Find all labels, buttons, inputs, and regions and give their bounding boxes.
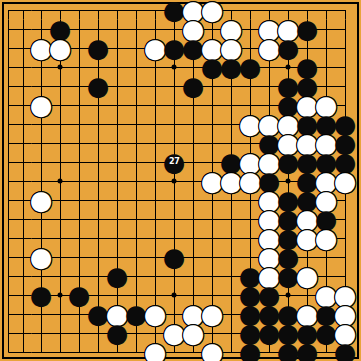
point-F1[interactable] bbox=[89, 343, 108, 361]
point-H10[interactable] bbox=[127, 172, 146, 191]
point-D11[interactable] bbox=[51, 153, 70, 172]
point-D14[interactable] bbox=[51, 96, 70, 115]
point-T10[interactable]: ● bbox=[336, 172, 355, 191]
point-G7[interactable] bbox=[108, 229, 127, 248]
point-K2[interactable]: ● bbox=[165, 324, 184, 343]
point-A11[interactable] bbox=[1, 153, 17, 172]
point-J10[interactable] bbox=[146, 172, 165, 191]
point-J14[interactable] bbox=[146, 96, 165, 115]
point-L15[interactable]: ● bbox=[184, 77, 203, 96]
point-M6[interactable] bbox=[203, 248, 222, 267]
point-M1[interactable]: ● bbox=[203, 343, 222, 361]
star-point bbox=[58, 65, 63, 70]
point-J15[interactable] bbox=[146, 77, 165, 96]
point-H8[interactable] bbox=[127, 210, 146, 229]
point-L17[interactable]: ● bbox=[184, 39, 203, 58]
point-D10[interactable] bbox=[51, 172, 70, 191]
point-A13[interactable] bbox=[1, 115, 17, 134]
point-H15[interactable] bbox=[127, 77, 146, 96]
point-S18[interactable] bbox=[317, 20, 336, 39]
point-J17[interactable]: ● bbox=[146, 39, 165, 58]
point-A12[interactable] bbox=[1, 134, 17, 153]
black-stone: ● bbox=[70, 286, 89, 305]
point-E10[interactable] bbox=[70, 172, 89, 191]
point-K11[interactable]: ●27 bbox=[165, 153, 184, 172]
point-G14[interactable] bbox=[108, 96, 127, 115]
point-E15[interactable] bbox=[70, 77, 89, 96]
point-D9[interactable] bbox=[51, 191, 70, 210]
white-stone: ● bbox=[146, 343, 165, 361]
white-stone: ● bbox=[32, 248, 51, 267]
point-C12[interactable] bbox=[32, 134, 51, 153]
point-H1[interactable] bbox=[127, 343, 146, 361]
point-M14[interactable] bbox=[203, 96, 222, 115]
point-D6[interactable] bbox=[51, 248, 70, 267]
point-L5[interactable] bbox=[184, 267, 203, 286]
point-F9[interactable] bbox=[89, 191, 108, 210]
point-D8[interactable] bbox=[51, 210, 70, 229]
white-stone: ● bbox=[260, 39, 279, 58]
point-L6[interactable] bbox=[184, 248, 203, 267]
point-G18[interactable] bbox=[108, 20, 127, 39]
point-O10[interactable]: ● bbox=[241, 172, 260, 191]
point-P15[interactable] bbox=[260, 77, 279, 96]
point-K8[interactable] bbox=[165, 210, 184, 229]
black-stone: ● bbox=[279, 39, 298, 58]
black-stone: ● bbox=[203, 58, 222, 77]
point-H13[interactable] bbox=[127, 115, 146, 134]
point-E18[interactable] bbox=[70, 20, 89, 39]
point-H16[interactable] bbox=[127, 58, 146, 77]
point-T18[interactable] bbox=[336, 20, 355, 39]
point-M8[interactable] bbox=[203, 210, 222, 229]
star-point bbox=[286, 293, 291, 298]
point-H18[interactable] bbox=[127, 20, 146, 39]
point-O18[interactable] bbox=[241, 20, 260, 39]
white-stone: ● bbox=[32, 39, 51, 58]
black-stone: ● bbox=[241, 58, 260, 77]
white-stone: ● bbox=[222, 172, 241, 191]
point-D7[interactable] bbox=[51, 229, 70, 248]
move-number-label: 27 bbox=[169, 158, 179, 166]
point-G19[interactable] bbox=[108, 1, 127, 20]
black-stone: ● bbox=[241, 343, 260, 361]
point-H5[interactable] bbox=[127, 267, 146, 286]
point-M3[interactable]: ● bbox=[203, 305, 222, 324]
point-G12[interactable] bbox=[108, 134, 127, 153]
point-L13[interactable] bbox=[184, 115, 203, 134]
black-stone: ● bbox=[298, 343, 317, 361]
point-R7[interactable]: ● bbox=[298, 229, 317, 248]
point-K14[interactable] bbox=[165, 96, 184, 115]
point-J12[interactable] bbox=[146, 134, 165, 153]
point-N16[interactable]: ● bbox=[222, 58, 241, 77]
point-L11[interactable] bbox=[184, 153, 203, 172]
point-D15[interactable] bbox=[51, 77, 70, 96]
point-D5[interactable] bbox=[51, 267, 70, 286]
black-stone: ● bbox=[336, 343, 355, 361]
goban: ●●●●●●●●●●●●●●●●●●●●●●●●●●●●●●●●●●●●●●●●… bbox=[0, 0, 361, 361]
point-T17[interactable] bbox=[336, 39, 355, 58]
black-stone: ● bbox=[184, 77, 203, 96]
point-H17[interactable] bbox=[127, 39, 146, 58]
point-T7[interactable] bbox=[336, 229, 355, 248]
point-N13[interactable] bbox=[222, 115, 241, 134]
point-H14[interactable] bbox=[127, 96, 146, 115]
star-point bbox=[172, 179, 177, 184]
point-N8[interactable] bbox=[222, 210, 241, 229]
point-T8[interactable] bbox=[336, 210, 355, 229]
point-D12[interactable] bbox=[51, 134, 70, 153]
point-F15[interactable]: ● bbox=[89, 77, 108, 96]
point-A10[interactable] bbox=[1, 172, 17, 191]
point-P17[interactable]: ● bbox=[260, 39, 279, 58]
black-stone: ● bbox=[89, 77, 108, 96]
point-R5[interactable]: ● bbox=[298, 267, 317, 286]
point-D2[interactable] bbox=[51, 324, 70, 343]
black-stone: ● bbox=[108, 324, 127, 343]
point-J9[interactable] bbox=[146, 191, 165, 210]
point-C11[interactable] bbox=[32, 153, 51, 172]
point-M5[interactable] bbox=[203, 267, 222, 286]
point-F8[interactable] bbox=[89, 210, 108, 229]
white-stone: ● bbox=[32, 191, 51, 210]
point-A8[interactable] bbox=[1, 210, 17, 229]
point-K13[interactable] bbox=[165, 115, 184, 134]
point-F17[interactable]: ● bbox=[89, 39, 108, 58]
point-A4[interactable] bbox=[1, 286, 17, 305]
point-D4[interactable] bbox=[51, 286, 70, 305]
point-S7[interactable]: ● bbox=[317, 229, 336, 248]
point-G15[interactable] bbox=[108, 77, 127, 96]
point-A6[interactable] bbox=[1, 248, 17, 267]
point-K9[interactable] bbox=[165, 191, 184, 210]
white-stone: ● bbox=[146, 39, 165, 58]
black-stone: ● bbox=[89, 39, 108, 58]
point-K19[interactable]: ● bbox=[165, 1, 184, 20]
point-D13[interactable] bbox=[51, 115, 70, 134]
black-stone: ● bbox=[165, 39, 184, 58]
point-A19[interactable] bbox=[1, 1, 17, 20]
white-stone: ● bbox=[184, 324, 203, 343]
point-F7[interactable] bbox=[89, 229, 108, 248]
point-M10[interactable]: ● bbox=[203, 172, 222, 191]
point-R1[interactable]: ● bbox=[298, 343, 317, 361]
point-G10[interactable] bbox=[108, 172, 127, 191]
point-T19[interactable] bbox=[336, 1, 355, 20]
star-point bbox=[172, 293, 177, 298]
point-L8[interactable] bbox=[184, 210, 203, 229]
point-T6[interactable] bbox=[336, 248, 355, 267]
point-H19[interactable] bbox=[127, 1, 146, 20]
point-A14[interactable] bbox=[1, 96, 17, 115]
point-A1[interactable] bbox=[1, 343, 17, 361]
point-N2[interactable] bbox=[222, 324, 241, 343]
point-F6[interactable] bbox=[89, 248, 108, 267]
black-stone: ● bbox=[127, 305, 146, 324]
point-N10[interactable]: ● bbox=[222, 172, 241, 191]
black-stone: ● bbox=[260, 324, 279, 343]
point-F19[interactable] bbox=[89, 1, 108, 20]
point-C19[interactable] bbox=[32, 1, 51, 20]
white-stone: ● bbox=[32, 96, 51, 115]
point-H12[interactable] bbox=[127, 134, 146, 153]
point-E17[interactable] bbox=[70, 39, 89, 58]
white-stone: ● bbox=[51, 39, 70, 58]
point-E9[interactable] bbox=[70, 191, 89, 210]
point-N4[interactable] bbox=[222, 286, 241, 305]
point-N5[interactable] bbox=[222, 267, 241, 286]
point-L7[interactable] bbox=[184, 229, 203, 248]
point-B12[interactable] bbox=[16, 134, 32, 153]
point-O7[interactable] bbox=[241, 229, 260, 248]
point-K17[interactable]: ● bbox=[165, 39, 184, 58]
point-E16[interactable] bbox=[70, 58, 89, 77]
point-O8[interactable] bbox=[241, 210, 260, 229]
white-stone: ● bbox=[203, 343, 222, 361]
point-S16[interactable] bbox=[317, 58, 336, 77]
white-stone: ● bbox=[298, 229, 317, 248]
point-Q1[interactable]: ● bbox=[279, 343, 298, 361]
point-D17[interactable]: ● bbox=[51, 39, 70, 58]
point-F5[interactable] bbox=[89, 267, 108, 286]
point-N3[interactable] bbox=[222, 305, 241, 324]
point-M19[interactable]: ● bbox=[203, 1, 222, 20]
point-G17[interactable] bbox=[108, 39, 127, 58]
point-C4[interactable]: ● bbox=[32, 286, 51, 305]
point-K15[interactable] bbox=[165, 77, 184, 96]
star-point bbox=[286, 179, 291, 184]
star-point bbox=[58, 293, 63, 298]
point-Q17[interactable]: ● bbox=[279, 39, 298, 58]
point-F3[interactable]: ● bbox=[89, 305, 108, 324]
white-stone: ● bbox=[241, 115, 260, 134]
point-G16[interactable] bbox=[108, 58, 127, 77]
point-E11[interactable] bbox=[70, 153, 89, 172]
black-stone: ● bbox=[317, 324, 336, 343]
point-B2[interactable] bbox=[16, 324, 32, 343]
point-F13[interactable] bbox=[89, 115, 108, 134]
point-E14[interactable] bbox=[70, 96, 89, 115]
white-stone: ● bbox=[203, 172, 222, 191]
point-J13[interactable] bbox=[146, 115, 165, 134]
star-point bbox=[172, 65, 177, 70]
point-G8[interactable] bbox=[108, 210, 127, 229]
point-C2[interactable] bbox=[32, 324, 51, 343]
point-C14[interactable]: ● bbox=[32, 96, 51, 115]
point-B11[interactable] bbox=[16, 153, 32, 172]
star-point bbox=[58, 179, 63, 184]
white-stone: ● bbox=[165, 324, 184, 343]
point-Q5[interactable]: ● bbox=[279, 267, 298, 286]
white-stone: ● bbox=[203, 305, 222, 324]
point-A15[interactable] bbox=[1, 77, 17, 96]
point-E12[interactable] bbox=[70, 134, 89, 153]
point-Q11[interactable]: ● bbox=[279, 153, 298, 172]
board-grid[interactable]: ●●●●●●●●●●●●●●●●●●●●●●●●●●●●●●●●●●●●●●●●… bbox=[1, 1, 355, 355]
black-stone: ● bbox=[108, 267, 127, 286]
point-J6[interactable] bbox=[146, 248, 165, 267]
point-J19[interactable] bbox=[146, 1, 165, 20]
black-stone: ●27 bbox=[165, 153, 184, 172]
point-L10[interactable] bbox=[184, 172, 203, 191]
go-board-screenshot: ●●●●●●●●●●●●●●●●●●●●●●●●●●●●●●●●●●●●●●●●… bbox=[0, 0, 361, 361]
point-C9[interactable]: ● bbox=[32, 191, 51, 210]
point-J11[interactable] bbox=[146, 153, 165, 172]
point-E13[interactable] bbox=[70, 115, 89, 134]
point-H11[interactable] bbox=[127, 153, 146, 172]
point-A17[interactable] bbox=[1, 39, 17, 58]
point-E2[interactable] bbox=[70, 324, 89, 343]
black-stone: ● bbox=[89, 305, 108, 324]
point-F11[interactable] bbox=[89, 153, 108, 172]
point-M12[interactable] bbox=[203, 134, 222, 153]
point-C1[interactable] bbox=[32, 343, 51, 361]
point-M13[interactable] bbox=[203, 115, 222, 134]
point-S17[interactable] bbox=[317, 39, 336, 58]
point-J5[interactable] bbox=[146, 267, 165, 286]
point-H7[interactable] bbox=[127, 229, 146, 248]
point-N14[interactable] bbox=[222, 96, 241, 115]
white-stone: ● bbox=[146, 305, 165, 324]
point-G9[interactable] bbox=[108, 191, 127, 210]
point-O1[interactable]: ● bbox=[241, 343, 260, 361]
point-J1[interactable]: ● bbox=[146, 343, 165, 361]
star-point bbox=[286, 65, 291, 70]
point-H6[interactable] bbox=[127, 248, 146, 267]
point-S2[interactable]: ● bbox=[317, 324, 336, 343]
point-O13[interactable]: ● bbox=[241, 115, 260, 134]
black-stone: ● bbox=[279, 267, 298, 286]
point-D1[interactable] bbox=[51, 343, 70, 361]
black-stone: ● bbox=[184, 39, 203, 58]
point-A3[interactable] bbox=[1, 305, 17, 324]
point-H3[interactable]: ● bbox=[127, 305, 146, 324]
point-A7[interactable] bbox=[1, 229, 17, 248]
point-F12[interactable] bbox=[89, 134, 108, 153]
point-E4[interactable]: ● bbox=[70, 286, 89, 305]
point-E7[interactable] bbox=[70, 229, 89, 248]
point-L2[interactable]: ● bbox=[184, 324, 203, 343]
point-E8[interactable] bbox=[70, 210, 89, 229]
black-stone: ● bbox=[165, 248, 184, 267]
point-A16[interactable] bbox=[1, 58, 17, 77]
white-stone: ● bbox=[203, 1, 222, 20]
point-N7[interactable] bbox=[222, 229, 241, 248]
point-G2[interactable]: ● bbox=[108, 324, 127, 343]
point-L12[interactable] bbox=[184, 134, 203, 153]
point-J7[interactable] bbox=[146, 229, 165, 248]
black-stone: ● bbox=[279, 343, 298, 361]
point-S19[interactable] bbox=[317, 1, 336, 20]
white-stone: ● bbox=[241, 172, 260, 191]
black-stone: ● bbox=[222, 58, 241, 77]
point-E19[interactable] bbox=[70, 1, 89, 20]
point-G13[interactable] bbox=[108, 115, 127, 134]
point-N6[interactable] bbox=[222, 248, 241, 267]
point-M16[interactable]: ● bbox=[203, 58, 222, 77]
point-O19[interactable] bbox=[241, 1, 260, 20]
point-T15[interactable] bbox=[336, 77, 355, 96]
point-H9[interactable] bbox=[127, 191, 146, 210]
point-N1[interactable] bbox=[222, 343, 241, 361]
point-L9[interactable] bbox=[184, 191, 203, 210]
point-P2[interactable]: ● bbox=[260, 324, 279, 343]
point-K6[interactable]: ● bbox=[165, 248, 184, 267]
point-A9[interactable] bbox=[1, 191, 17, 210]
point-B19[interactable] bbox=[16, 1, 32, 20]
white-stone: ● bbox=[336, 172, 355, 191]
point-R18[interactable]: ● bbox=[298, 20, 317, 39]
point-G5[interactable]: ● bbox=[108, 267, 127, 286]
point-A18[interactable] bbox=[1, 20, 17, 39]
point-C6[interactable]: ● bbox=[32, 248, 51, 267]
point-B1[interactable] bbox=[16, 343, 32, 361]
point-A2[interactable] bbox=[1, 324, 17, 343]
white-stone: ● bbox=[317, 229, 336, 248]
point-T1[interactable]: ● bbox=[336, 343, 355, 361]
black-stone: ● bbox=[279, 153, 298, 172]
point-J8[interactable] bbox=[146, 210, 165, 229]
point-T16[interactable] bbox=[336, 58, 355, 77]
point-E6[interactable] bbox=[70, 248, 89, 267]
point-M7[interactable] bbox=[203, 229, 222, 248]
black-stone: ● bbox=[32, 286, 51, 305]
point-G11[interactable] bbox=[108, 153, 127, 172]
point-C17[interactable]: ● bbox=[32, 39, 51, 58]
point-K4[interactable] bbox=[165, 286, 184, 305]
point-J3[interactable]: ● bbox=[146, 305, 165, 324]
point-D3[interactable] bbox=[51, 305, 70, 324]
point-E1[interactable] bbox=[70, 343, 89, 361]
black-stone: ● bbox=[298, 20, 317, 39]
point-A5[interactable] bbox=[1, 267, 17, 286]
point-F10[interactable] bbox=[89, 172, 108, 191]
white-stone: ● bbox=[298, 267, 317, 286]
black-stone: ● bbox=[165, 1, 184, 20]
point-O16[interactable]: ● bbox=[241, 58, 260, 77]
